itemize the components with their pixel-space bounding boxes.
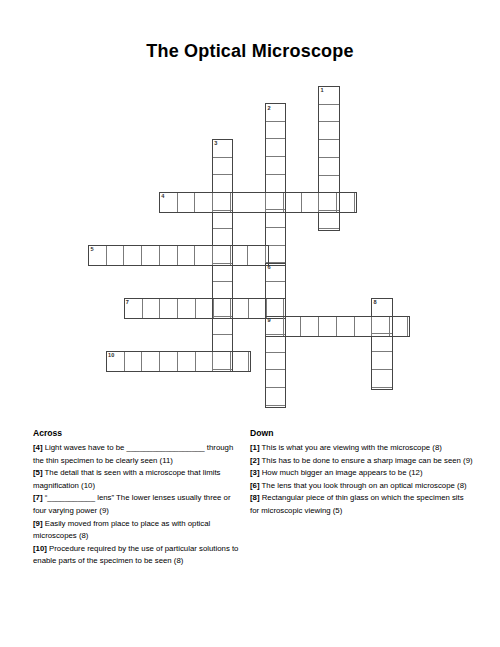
cell-r9-c7[interactable] [213,246,231,265]
cell-r14-c16[interactable] [372,334,391,352]
cell-r6-c6[interactable] [195,193,213,212]
clue-lists: Across [4] Light waves have to be ______… [33,428,473,568]
cell-r12-c5[interactable] [178,299,196,318]
cell-r6-c8[interactable] [231,193,249,212]
clue-number-label: [5] [33,468,43,477]
cell-r12-c3[interactable] [142,299,160,318]
cell-r9-c1[interactable] [107,246,125,265]
cell-r3-c7[interactable]: 3 [213,140,232,158]
cell-r6-c5[interactable] [178,193,196,212]
cell-r7-c7[interactable] [213,210,232,228]
clue-number: 7 [126,299,129,305]
word-8-down: 8 [371,298,392,390]
clue-number: 3 [214,140,217,146]
clue-number-label: [1] [250,443,260,452]
cell-r14-c10[interactable] [266,334,285,352]
cell-r12-c7[interactable] [213,299,231,318]
word-7-across: 7 [124,298,287,319]
clue-number-label: [6] [250,481,260,490]
clue-number-label: [7] [33,493,43,502]
down-clue-list: [1] This is what you are viewing with th… [250,442,473,518]
word-9-across: 9 [265,316,410,337]
cell-r12-c16[interactable]: 8 [372,299,391,317]
word-4-across: 4 [159,192,357,213]
crossword-grid: 12345678910 [0,0,500,430]
crossword-page: The Optical Microscope 12345678910 Acros… [0,0,500,647]
cell-r2-c10[interactable] [266,122,285,140]
cell-r6-c14[interactable] [337,193,355,212]
clue-number: 4 [161,193,164,199]
cell-r9-c3[interactable] [142,246,160,265]
cell-r14-c7[interactable] [213,334,232,352]
clue-text: This has to be done to ensure a sharp im… [262,456,473,465]
cell-r6-c7[interactable] [213,193,231,212]
clue-text: How much bigger an image appears to be (… [262,468,423,477]
cell-r1-c13[interactable] [319,104,338,122]
cell-r15-c2[interactable] [125,352,143,371]
cell-r9-c8[interactable] [231,246,249,265]
cell-r6-c10[interactable] [266,193,284,212]
cell-r8-c7[interactable] [213,228,232,246]
cell-r16-c16[interactable] [372,370,391,388]
cell-r9-c4[interactable] [160,246,178,265]
word-5-across: 5 [88,245,269,266]
clue-down-2: [2] This has to be done to ensure a shar… [250,455,473,468]
clue-text: Light waves have to be _________________… [33,443,233,465]
cell-r6-c9[interactable] [248,193,266,212]
cell-r9-c6[interactable] [195,246,213,265]
cell-r12-c4[interactable] [160,299,178,318]
cell-r5-c13[interactable] [319,175,338,193]
cell-r4-c10[interactable] [266,157,285,175]
clue-across-9: [9] Easily moved from place to place as … [33,518,244,543]
clue-across-5: [5] The detail that is seen with a micro… [33,467,244,492]
cell-r10-c10[interactable]: 6 [266,264,285,282]
clue-text: Procedure required by the use of particu… [33,544,238,566]
cell-r5-c7[interactable] [213,175,232,193]
down-heading: Down [250,428,473,438]
clue-number: 2 [267,105,270,111]
clue-number-label: [8] [250,493,260,502]
cell-r11-c7[interactable] [213,281,232,299]
cell-r9-c2[interactable] [125,246,143,265]
cell-r15-c10[interactable] [266,352,285,370]
clue-across-7: [7] “___________ lens” The lower lenses … [33,492,244,517]
cell-r9-c9[interactable] [248,246,266,265]
cell-r9-c5[interactable] [178,246,196,265]
cell-r15-c3[interactable] [142,352,160,371]
cell-r6-c13[interactable] [319,193,337,212]
clue-number: 5 [90,246,93,252]
clue-text: Rectangular piece of thin glass on which… [250,493,464,515]
cell-r6-c4[interactable]: 4 [160,193,178,212]
cell-r0-c13[interactable]: 1 [319,87,338,105]
cell-r15-c1[interactable]: 10 [107,352,125,371]
clue-text: The detail that is seen with a microscop… [33,468,221,490]
cell-r12-c8[interactable] [231,299,249,318]
clue-text: “___________ lens” The lower lenses usua… [33,493,231,515]
clue-number: 10 [108,352,114,358]
cell-r5-c10[interactable] [266,175,285,193]
cell-r6-c12[interactable] [302,193,320,212]
cell-r1-c10[interactable]: 2 [266,104,285,122]
across-clue-list: [4] Light waves have to be _____________… [33,442,244,568]
clue-across-10: [10] Procedure required by the use of pa… [33,543,244,568]
clue-number: 8 [374,299,377,305]
clue-number: 6 [267,264,270,270]
cell-r15-c8[interactable] [231,352,249,371]
cell-r6-c11[interactable] [284,193,302,212]
clue-number-label: [3] [250,468,260,477]
cell-r12-c6[interactable] [195,299,213,318]
cell-r13-c12[interactable] [302,317,320,336]
cell-r3-c10[interactable] [266,140,285,158]
cell-r13-c13[interactable] [319,317,337,336]
clue-down-8: [8] Rectangular piece of thin glass on w… [250,492,473,517]
clue-number-label: [4] [33,443,43,452]
cell-r13-c14[interactable] [337,317,355,336]
clue-number-label: [2] [250,456,260,465]
clue-text: This is what you are viewing with the mi… [262,443,442,452]
cell-r16-c10[interactable] [266,370,285,388]
cell-r13-c10[interactable]: 9 [266,317,284,336]
clue-down-6: [6] The lens that you look through on an… [250,480,473,493]
clue-text: The lens that you look through on an opt… [262,481,467,490]
cell-r12-c9[interactable] [248,299,266,318]
clue-across-4: [4] Light waves have to be _____________… [33,442,244,467]
clue-number-label: [9] [33,519,43,528]
cell-r15-c5[interactable] [178,352,196,371]
clue-down-1: [1] This is what you are viewing with th… [250,442,473,455]
cell-r13-c17[interactable] [390,317,408,336]
cell-r12-c2[interactable]: 7 [125,299,143,318]
cell-r17-c10[interactable] [266,387,285,405]
cell-r9-c0[interactable]: 5 [89,246,107,265]
cell-r15-c16[interactable] [372,352,391,370]
clue-number-label: [10] [33,544,47,553]
clue-number: 9 [267,317,270,323]
down-clues: Down [1] This is what you are viewing wi… [250,428,473,568]
word-2-down: 2 [265,103,286,266]
cell-r3-c13[interactable] [319,140,338,158]
cell-r4-c13[interactable] [319,157,338,175]
across-clues: Across [4] Light waves have to be ______… [33,428,250,568]
cell-r15-c6[interactable] [195,352,213,371]
across-heading: Across [33,428,244,438]
cell-r15-c7[interactable] [213,352,231,371]
clue-number: 1 [320,87,323,93]
cell-r13-c15[interactable] [355,317,373,336]
cell-r8-c10[interactable] [266,228,285,246]
cell-r11-c10[interactable] [266,281,285,299]
clue-text: Easily moved from place to place as with… [33,519,210,541]
cell-r13-c11[interactable] [284,317,302,336]
cell-r9-c10[interactable] [266,246,285,264]
cell-r13-c16[interactable] [372,317,390,336]
cell-r4-c7[interactable] [213,157,232,175]
cell-r15-c4[interactable] [160,352,178,371]
word-10-across: 10 [106,351,251,372]
clue-down-3: [3] How much bigger an image appears to … [250,467,473,480]
cell-r2-c13[interactable] [319,122,338,140]
